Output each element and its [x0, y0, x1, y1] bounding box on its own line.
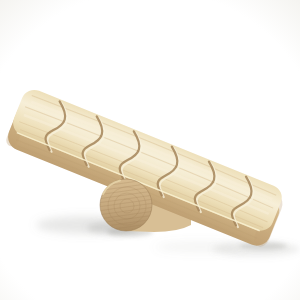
product-photo-stage: Wooden balance board toy resting on a cy… — [0, 0, 300, 300]
balance-board-photo: Wooden balance board toy resting on a cy… — [0, 0, 300, 300]
